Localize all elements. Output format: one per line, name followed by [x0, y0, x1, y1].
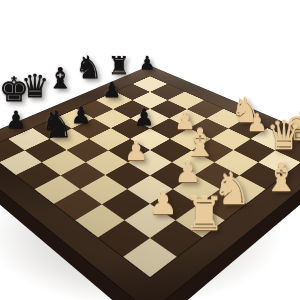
black-pawn-g7[interactable]: ♟ — [139, 54, 155, 72]
black-pawn-d6[interactable]: ♟ — [71, 104, 92, 127]
white-queen-h3[interactable]: ♛ — [266, 115, 300, 155]
white-pawn-c4[interactable]: ♟ — [124, 137, 148, 164]
black-pawn-e7[interactable]: ♟ — [103, 80, 122, 101]
black-king-a8[interactable]: ♚ — [0, 72, 29, 106]
white-pawn-d3[interactable]: ♟ — [175, 157, 202, 187]
black-knight-c6[interactable]: ♞ — [40, 106, 73, 143]
black-bishop-c8[interactable]: ♝ — [47, 64, 73, 93]
chess-scene: ♟♜♞♝♟♛♚♟♞♟♟♟♟♞♚♛♝♟♟♝♞♟♜ — [0, 0, 300, 300]
white-pawn-c2[interactable]: ♟ — [148, 186, 178, 219]
black-knight-d8[interactable]: ♞ — [75, 52, 103, 83]
black-pawn-a7[interactable]: ♟ — [5, 108, 27, 132]
pieces-layer: ♟♜♞♝♟♛♚♟♞♟♟♟♟♞♚♛♝♟♟♝♞♟♜ — [0, 0, 300, 300]
white-rook-d1[interactable]: ♜ — [183, 191, 224, 237]
black-rook-e8[interactable]: ♜ — [108, 53, 130, 78]
white-bishop-g2[interactable]: ♝ — [263, 157, 299, 197]
white-pawn-g3[interactable]: ♟ — [246, 111, 268, 135]
black-pawn-f6[interactable]: ♟ — [134, 106, 155, 129]
